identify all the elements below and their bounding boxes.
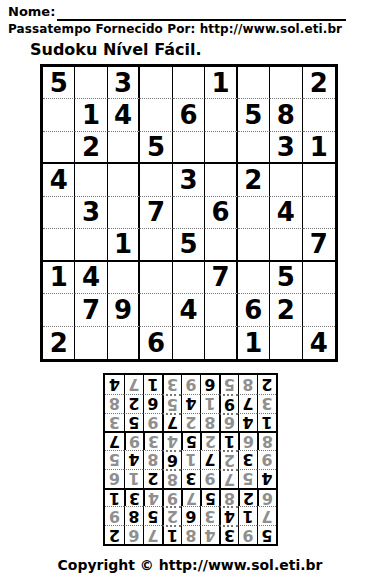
solution-cell-r9c8: 7 [124,375,143,394]
solution-cell-r5c3: 2 [219,450,238,469]
puzzle-cell-r5c9[interactable] [303,197,335,229]
puzzle-cell-r1c4[interactable] [140,67,172,99]
solution-cell-r7c2: 4 [238,413,257,432]
solution-cell-r2c6: 2 [162,506,181,525]
solution-cell-r2c1: 7 [257,506,276,525]
solution-cell-r9c1: 2 [257,375,276,394]
puzzle-cell-r8c3: 9 [108,294,140,326]
solution-cell-r8c3: 9 [219,394,238,413]
puzzle-cell-r4c9[interactable] [303,164,335,196]
solution-cell-r5c9: 5 [105,450,124,469]
puzzle-cell-r2c5: 6 [173,99,205,131]
solution-cell-r3c3: 8 [219,488,238,507]
puzzle-cell-r5c6: 6 [205,197,237,229]
solution-cell-r4c3: 7 [219,469,238,488]
puzzle-cell-r3c1[interactable] [43,132,75,164]
solution-cell-r3c8: 3 [124,488,143,507]
puzzle-cell-r4c8[interactable] [270,164,302,196]
puzzle-cell-r9c7: 1 [238,327,270,359]
puzzle-cell-r7c6: 7 [205,262,237,294]
puzzle-cell-r2c9[interactable] [303,99,335,131]
solution-cell-r8c6: 5 [162,394,181,413]
puzzle-cell-r2c6[interactable] [205,99,237,131]
solution-cell-r1c6: 1 [162,525,181,544]
puzzle-cell-r6c4[interactable] [140,229,172,261]
puzzle-cell-r2c2: 1 [75,99,107,131]
puzzle-cell-r5c4: 7 [140,197,172,229]
solution-cell-r6c8: 9 [124,431,143,450]
solution-cell-r8c8: 2 [124,394,143,413]
puzzle-cell-r5c5[interactable] [173,197,205,229]
puzzle-cell-r6c1[interactable] [43,229,75,261]
solution-grid-upside-down: 5934817627143625896285794314579382169327… [103,373,278,546]
puzzle-cell-r4c4[interactable] [140,164,172,196]
solution-cell-r4c6: 8 [162,469,181,488]
solution-cell-r4c2: 5 [238,469,257,488]
solution-cell-r5c4: 7 [200,450,219,469]
puzzle-cell-r1c6: 1 [205,67,237,99]
solution-cell-r3c4: 5 [200,488,219,507]
puzzle-cell-r3c6[interactable] [205,132,237,164]
solution-cell-r6c5: 5 [181,431,200,450]
puzzle-cell-r6c9: 7 [303,229,335,261]
solution-cell-r3c6: 9 [162,488,181,507]
puzzle-cell-r8c8: 2 [270,294,302,326]
puzzle-cell-r4c5: 3 [173,164,205,196]
puzzle-cell-r2c4[interactable] [140,99,172,131]
puzzle-cell-r1c1: 5 [43,67,75,99]
puzzle-cell-r4c7: 2 [238,164,270,196]
solution-cell-r1c7: 7 [143,525,162,544]
puzzle-cell-r7c1: 1 [43,262,75,294]
solution-cell-r1c4: 4 [200,525,219,544]
puzzle-cell-r4c1: 4 [43,164,75,196]
puzzle-cell-r3c2: 2 [75,132,107,164]
solution-cell-r7c1: 1 [257,413,276,432]
puzzle-cell-r8c9[interactable] [303,294,335,326]
solution-cell-r8c5: 4 [181,394,200,413]
solution-cell-r5c8: 4 [124,450,143,469]
solution-cell-r6c1: 8 [257,431,276,450]
solution-cell-r1c1: 5 [257,525,276,544]
provider-line: Passatempo Fornecido Por: http://www.sol… [8,22,342,36]
puzzle-cell-r3c9: 1 [303,132,335,164]
solution-cell-r1c8: 6 [124,525,143,544]
puzzle-cell-r3c8: 3 [270,132,302,164]
solution-cell-r9c3: 5 [219,375,238,394]
puzzle-cell-r6c2[interactable] [75,229,107,261]
puzzle-cell-r3c7[interactable] [238,132,270,164]
solution-cell-r8c1: 3 [257,394,276,413]
puzzle-cell-r4c2[interactable] [75,164,107,196]
puzzle-cell-r6c8[interactable] [270,229,302,261]
solution-cell-r3c1: 6 [257,488,276,507]
puzzle-cell-r9c1: 2 [43,327,75,359]
puzzle-cell-r7c3[interactable] [108,262,140,294]
puzzle-cell-r7c8: 5 [270,262,302,294]
puzzle-cell-r3c5[interactable] [173,132,205,164]
puzzle-cell-r9c4: 6 [140,327,172,359]
puzzle-cell-r1c3: 3 [108,67,140,99]
puzzle-cell-r9c3[interactable] [108,327,140,359]
puzzle-cell-r2c7: 5 [238,99,270,131]
puzzle-cell-r8c7: 6 [238,294,270,326]
puzzle-cell-r7c5[interactable] [173,262,205,294]
puzzle-cell-r2c1[interactable] [43,99,75,131]
puzzle-cell-r9c9: 4 [303,327,335,359]
solution-cell-r8c7: 6 [143,394,162,413]
solution-cell-r2c8: 8 [124,506,143,525]
name-row: Nome: [8,3,346,21]
solution-cell-r7c4: 8 [200,413,219,432]
solution-cell-r9c5: 9 [181,375,200,394]
solution-cell-r5c2: 3 [238,450,257,469]
solution-cell-r5c6: 6 [162,450,181,469]
puzzle-cell-r1c7[interactable] [238,67,270,99]
puzzle-cell-r1c5[interactable] [173,67,205,99]
solution-cell-r7c9: 3 [105,413,124,432]
puzzle-cell-r5c7[interactable] [238,197,270,229]
puzzle-cell-r9c6[interactable] [205,327,237,359]
puzzle-cell-r4c3[interactable] [108,164,140,196]
puzzle-cell-r2c8: 8 [270,99,302,131]
solution-cell-r6c3: 1 [219,431,238,450]
solution-cell-r5c7: 8 [143,450,162,469]
solution-cell-r7c8: 5 [124,413,143,432]
puzzle-grid: 531214658253143237641571475794622614 [40,64,338,362]
name-label: Nome: [8,3,55,21]
sudoku-worksheet-page: Nome: Passatempo Fornecido Por: http://w… [0,0,380,585]
solution-cell-r9c6: 3 [162,375,181,394]
solution-cell-r4c4: 9 [200,469,219,488]
puzzle-cell-r1c9: 2 [303,67,335,99]
puzzle-cell-r9c5[interactable] [173,327,205,359]
puzzle-cell-r8c2: 7 [75,294,107,326]
solution-cell-r2c7: 5 [143,506,162,525]
puzzle-cell-r5c2: 3 [75,197,107,229]
solution-cell-r7c3: 6 [219,413,238,432]
puzzle-cell-r5c1[interactable] [43,197,75,229]
solution-cell-r2c3: 4 [219,506,238,525]
solution-cell-r4c5: 3 [181,469,200,488]
puzzle-cell-r9c2[interactable] [75,327,107,359]
puzzle-cell-r7c2: 4 [75,262,107,294]
solution-cell-r8c2: 7 [238,394,257,413]
solution-cell-r4c9: 6 [105,469,124,488]
puzzle-cell-r6c7[interactable] [238,229,270,261]
solution-cell-r9c2: 8 [238,375,257,394]
puzzle-cell-r8c4[interactable] [140,294,172,326]
puzzle-cell-r3c3[interactable] [108,132,140,164]
puzzle-cell-r7c9[interactable] [303,262,335,294]
solution-cell-r8c9: 8 [105,394,124,413]
puzzle-cell-r1c8[interactable] [270,67,302,99]
solution-cell-r6c7: 3 [143,431,162,450]
solution-cell-r2c5: 6 [181,506,200,525]
solution-cell-r5c5: 1 [181,450,200,469]
puzzle-cell-r5c3[interactable] [108,197,140,229]
solution-cell-r3c2: 2 [238,488,257,507]
puzzle-cell-r7c4[interactable] [140,262,172,294]
puzzle-cell-r6c3: 1 [108,229,140,261]
solution-cell-r1c2: 9 [238,525,257,544]
page-title: Sudoku Nível Fácil. [30,40,202,59]
puzzle-cell-r8c5: 4 [173,294,205,326]
solution-cell-r3c7: 4 [143,488,162,507]
solution-cell-r4c1: 4 [257,469,276,488]
solution-cell-r2c2: 1 [238,506,257,525]
solution-cell-r4c7: 2 [143,469,162,488]
puzzle-cell-r1c2[interactable] [75,67,107,99]
solution-cell-r3c9: 1 [105,488,124,507]
solution-cell-r6c2: 6 [238,431,257,450]
puzzle-cell-r6c6[interactable] [205,229,237,261]
puzzle-cell-r7c7[interactable] [238,262,270,294]
puzzle-cell-r2c3: 4 [108,99,140,131]
puzzle-cell-r8c1[interactable] [43,294,75,326]
solution-cell-r9c4: 6 [200,375,219,394]
solution-cell-r1c3: 3 [219,525,238,544]
solution-cell-r6c6: 4 [162,431,181,450]
puzzle-cell-r9c8[interactable] [270,327,302,359]
solution-cell-r2c9: 9 [105,506,124,525]
puzzle-cell-r3c4: 5 [140,132,172,164]
puzzle-cell-r5c8: 4 [270,197,302,229]
solution-cell-r7c5: 2 [181,413,200,432]
puzzle-cell-r8c6[interactable] [205,294,237,326]
puzzle-cell-r4c6[interactable] [205,164,237,196]
name-write-in-line[interactable] [57,3,346,21]
solution-cell-r3c5: 7 [181,488,200,507]
solution-cell-r9c7: 1 [143,375,162,394]
solution-cell-r8c4: 1 [200,394,219,413]
solution-cell-r1c5: 8 [181,525,200,544]
puzzle-cell-r6c5: 5 [173,229,205,261]
solution-cell-r4c8: 1 [124,469,143,488]
solution-cell-r5c1: 9 [257,450,276,469]
solution-cell-r9c9: 4 [105,375,124,394]
solution-cell-r6c9: 7 [105,431,124,450]
solution-cell-r7c7: 9 [143,413,162,432]
solution-cell-r7c6: 7 [162,413,181,432]
copyright-text: Copyright © http://www.sol.eti.br [0,557,380,573]
solution-cell-r2c4: 3 [200,506,219,525]
solution-cell-r6c4: 2 [200,431,219,450]
solution-cell-r1c9: 2 [105,525,124,544]
